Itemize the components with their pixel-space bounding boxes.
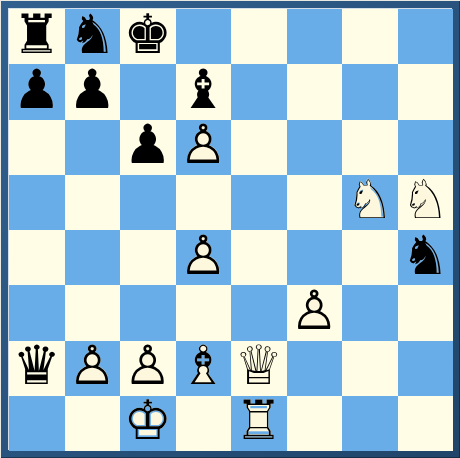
square-d3[interactable] [176,285,232,340]
square-a3[interactable] [9,285,65,340]
piece-black-rook-a8[interactable]: ♜ [9,9,65,64]
white-pawn-icon: ♙ [290,285,338,338]
square-f3[interactable]: ♟♙ [287,285,343,340]
white-queen-icon: ♕ [235,341,283,394]
square-f8[interactable] [287,9,343,64]
square-h6[interactable] [398,120,454,175]
square-h7[interactable] [398,64,454,119]
square-c7[interactable] [120,64,176,119]
square-g5[interactable]: ♞♘ [342,175,398,230]
square-d7[interactable]: ♝ [176,64,232,119]
white-pawn-icon: ♙ [68,341,116,394]
square-b8[interactable]: ♞ [65,9,121,64]
square-e3[interactable] [231,285,287,340]
piece-black-knight-h4[interactable]: ♞ [398,230,454,285]
square-a7[interactable]: ♟ [9,64,65,119]
square-f1[interactable] [287,396,343,451]
square-e7[interactable] [231,64,287,119]
square-d6[interactable]: ♟♙ [176,120,232,175]
square-a1[interactable] [9,396,65,451]
square-e5[interactable] [231,175,287,230]
black-knight-icon: ♞ [68,9,116,62]
board-frame: ♜♞♚♟♟♝♟♟♙♞♘♞♘♟♙♞♟♙♛♟♙♟♙♝♗♛♕♚♔♜♖ [0,0,460,458]
black-king-icon: ♚ [124,9,172,62]
square-e4[interactable] [231,230,287,285]
white-knight-icon: ♘ [401,175,449,228]
black-rook-icon: ♜ [13,9,61,62]
white-pawn-icon: ♙ [179,120,227,173]
black-queen-icon: ♛ [13,341,61,394]
square-d8[interactable] [176,9,232,64]
square-a6[interactable] [9,120,65,175]
piece-white-knight-h5[interactable]: ♞♘ [398,175,454,230]
chess-board: ♜♞♚♟♟♝♟♟♙♞♘♞♘♟♙♞♟♙♛♟♙♟♙♝♗♛♕♚♔♜♖ [9,9,453,451]
black-pawn-icon: ♟ [13,64,61,117]
square-b1[interactable] [65,396,121,451]
square-b3[interactable] [65,285,121,340]
white-rook-icon: ♖ [235,396,283,449]
square-c1[interactable]: ♚♔ [120,396,176,451]
square-g7[interactable] [342,64,398,119]
square-b4[interactable] [65,230,121,285]
piece-white-pawn-d4[interactable]: ♟♙ [176,230,232,285]
square-g3[interactable] [342,285,398,340]
square-g4[interactable] [342,230,398,285]
black-bishop-icon: ♝ [179,64,227,117]
square-g1[interactable] [342,396,398,451]
square-c8[interactable]: ♚ [120,9,176,64]
square-g8[interactable] [342,9,398,64]
piece-white-pawn-b2[interactable]: ♟♙ [65,341,121,396]
square-f7[interactable] [287,64,343,119]
square-d1[interactable] [176,396,232,451]
square-e6[interactable] [231,120,287,175]
square-g6[interactable] [342,120,398,175]
piece-black-queen-a2[interactable]: ♛ [9,341,65,396]
square-a4[interactable] [9,230,65,285]
piece-white-king-c1[interactable]: ♚♔ [120,396,176,451]
white-pawn-icon: ♙ [179,230,227,283]
white-knight-icon: ♘ [346,175,394,228]
square-a8[interactable]: ♜ [9,9,65,64]
white-king-icon: ♔ [124,396,172,449]
square-f2[interactable] [287,341,343,396]
white-bishop-icon: ♗ [179,341,227,394]
square-c4[interactable] [120,230,176,285]
square-b2[interactable]: ♟♙ [65,341,121,396]
square-a2[interactable]: ♛ [9,341,65,396]
black-knight-icon: ♞ [401,230,449,283]
square-f4[interactable] [287,230,343,285]
square-f6[interactable] [287,120,343,175]
piece-black-pawn-c6[interactable]: ♟ [120,120,176,175]
square-e8[interactable] [231,9,287,64]
square-h2[interactable] [398,341,454,396]
square-h1[interactable] [398,396,454,451]
square-e1[interactable]: ♜♖ [231,396,287,451]
piece-white-queen-e2[interactable]: ♛♕ [231,341,287,396]
piece-white-pawn-c2[interactable]: ♟♙ [120,341,176,396]
square-b5[interactable] [65,175,121,230]
square-d2[interactable]: ♝♗ [176,341,232,396]
square-c2[interactable]: ♟♙ [120,341,176,396]
square-d4[interactable]: ♟♙ [176,230,232,285]
black-pawn-icon: ♟ [124,120,172,173]
piece-black-knight-b8[interactable]: ♞ [65,9,121,64]
piece-white-bishop-d2[interactable]: ♝♗ [176,341,232,396]
piece-black-pawn-a7[interactable]: ♟ [9,64,65,119]
white-pawn-icon: ♙ [124,341,172,394]
piece-black-king-c8[interactable]: ♚ [120,9,176,64]
square-f5[interactable] [287,175,343,230]
square-h3[interactable] [398,285,454,340]
square-g2[interactable] [342,341,398,396]
square-a5[interactable] [9,175,65,230]
piece-white-pawn-d6[interactable]: ♟♙ [176,120,232,175]
piece-white-knight-g5[interactable]: ♞♘ [342,175,398,230]
piece-white-pawn-f3[interactable]: ♟♙ [287,285,343,340]
piece-white-rook-e1[interactable]: ♜♖ [231,396,287,451]
square-c3[interactable] [120,285,176,340]
black-pawn-icon: ♟ [68,64,116,117]
square-h8[interactable] [398,9,454,64]
square-b6[interactable] [65,120,121,175]
square-d5[interactable] [176,175,232,230]
piece-black-bishop-d7[interactable]: ♝ [176,64,232,119]
square-b7[interactable]: ♟ [65,64,121,119]
piece-black-pawn-b7[interactable]: ♟ [65,64,121,119]
square-h4[interactable]: ♞ [398,230,454,285]
square-c5[interactable] [120,175,176,230]
square-h5[interactable]: ♞♘ [398,175,454,230]
square-c6[interactable]: ♟ [120,120,176,175]
square-e2[interactable]: ♛♕ [231,341,287,396]
